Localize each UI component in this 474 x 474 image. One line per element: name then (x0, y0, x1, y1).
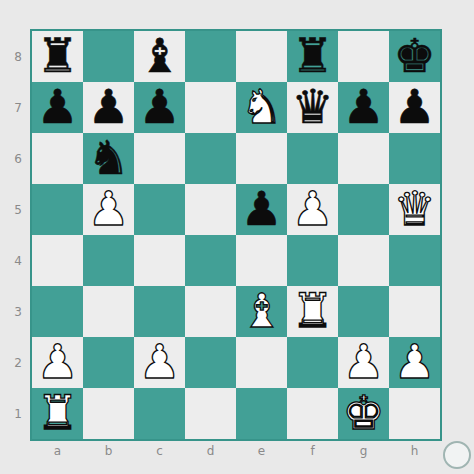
square-c4[interactable] (134, 235, 185, 286)
square-h2[interactable]: ♟ (389, 337, 440, 388)
square-f7[interactable]: ♛ (287, 82, 338, 133)
piece-white-bishop[interactable]: ♝ (240, 286, 282, 336)
piece-black-pawn[interactable]: ♟ (240, 184, 282, 234)
chess-board: ♜♝♜♚♟♟♟♞♛♟♟♞♟♟♟♛♝♜♟♟♟♟♜♚ (30, 29, 442, 441)
square-f3[interactable]: ♜ (287, 286, 338, 337)
piece-black-rook[interactable]: ♜ (291, 31, 333, 81)
rank-labels: 87654321 (7, 31, 29, 439)
square-g1[interactable]: ♚ (338, 388, 389, 439)
square-b6[interactable]: ♞ (83, 133, 134, 184)
rank-label-3: 3 (7, 286, 29, 337)
piece-black-rook[interactable]: ♜ (36, 31, 78, 81)
square-h8[interactable]: ♚ (389, 31, 440, 82)
piece-white-pawn[interactable]: ♟ (138, 337, 180, 387)
square-b4[interactable] (83, 235, 134, 286)
square-h5[interactable]: ♛ (389, 184, 440, 235)
square-e2[interactable] (236, 337, 287, 388)
piece-white-pawn[interactable]: ♟ (36, 337, 78, 387)
piece-white-rook[interactable]: ♜ (291, 286, 333, 336)
square-d4[interactable] (185, 235, 236, 286)
square-g5[interactable] (338, 184, 389, 235)
square-c2[interactable]: ♟ (134, 337, 185, 388)
square-g2[interactable]: ♟ (338, 337, 389, 388)
square-h6[interactable] (389, 133, 440, 184)
square-a4[interactable] (32, 235, 83, 286)
square-h4[interactable] (389, 235, 440, 286)
piece-white-pawn[interactable]: ♟ (291, 184, 333, 234)
square-e3[interactable]: ♝ (236, 286, 287, 337)
square-f4[interactable] (287, 235, 338, 286)
square-f6[interactable] (287, 133, 338, 184)
square-c5[interactable] (134, 184, 185, 235)
file-label-b: b (83, 442, 134, 460)
square-f8[interactable]: ♜ (287, 31, 338, 82)
square-f1[interactable] (287, 388, 338, 439)
square-a1[interactable]: ♜ (32, 388, 83, 439)
square-c7[interactable]: ♟ (134, 82, 185, 133)
piece-white-queen[interactable]: ♛ (393, 184, 435, 234)
file-label-e: e (236, 442, 287, 460)
square-a2[interactable]: ♟ (32, 337, 83, 388)
square-e1[interactable] (236, 388, 287, 439)
rank-label-6: 6 (7, 133, 29, 184)
rank-label-8: 8 (7, 31, 29, 82)
square-d1[interactable] (185, 388, 236, 439)
square-b5[interactable]: ♟ (83, 184, 134, 235)
file-label-a: a (32, 442, 83, 460)
piece-black-queen[interactable]: ♛ (291, 82, 333, 132)
piece-white-knight[interactable]: ♞ (240, 82, 282, 132)
square-b2[interactable] (83, 337, 134, 388)
square-d8[interactable] (185, 31, 236, 82)
piece-black-pawn[interactable]: ♟ (393, 82, 435, 132)
square-a8[interactable]: ♜ (32, 31, 83, 82)
piece-black-knight[interactable]: ♞ (87, 133, 129, 183)
square-g3[interactable] (338, 286, 389, 337)
square-e7[interactable]: ♞ (236, 82, 287, 133)
square-g4[interactable] (338, 235, 389, 286)
square-f2[interactable] (287, 337, 338, 388)
piece-white-king[interactable]: ♚ (342, 388, 384, 438)
rank-label-1: 1 (7, 388, 29, 439)
file-label-h: h (389, 442, 440, 460)
square-b1[interactable] (83, 388, 134, 439)
piece-black-pawn[interactable]: ♟ (342, 82, 384, 132)
square-d5[interactable] (185, 184, 236, 235)
square-e6[interactable] (236, 133, 287, 184)
file-label-c: c (134, 442, 185, 460)
piece-black-pawn[interactable]: ♟ (138, 82, 180, 132)
square-d6[interactable] (185, 133, 236, 184)
rank-label-7: 7 (7, 82, 29, 133)
square-b7[interactable]: ♟ (83, 82, 134, 133)
file-labels: abcdefgh (32, 442, 440, 460)
square-h7[interactable]: ♟ (389, 82, 440, 133)
square-g8[interactable] (338, 31, 389, 82)
square-c3[interactable] (134, 286, 185, 337)
square-b3[interactable] (83, 286, 134, 337)
piece-black-bishop[interactable]: ♝ (138, 31, 180, 81)
square-e5[interactable]: ♟ (236, 184, 287, 235)
square-d3[interactable] (185, 286, 236, 337)
square-g7[interactable]: ♟ (338, 82, 389, 133)
square-g6[interactable] (338, 133, 389, 184)
chess-diagram: 87654321 ♜♝♜♚♟♟♟♞♛♟♟♞♟♟♟♛♝♜♟♟♟♟♜♚ abcdef… (0, 0, 474, 474)
rank-label-5: 5 (7, 184, 29, 235)
square-a5[interactable] (32, 184, 83, 235)
square-d7[interactable] (185, 82, 236, 133)
piece-white-pawn[interactable]: ♟ (342, 337, 384, 387)
square-c1[interactable] (134, 388, 185, 439)
square-a6[interactable] (32, 133, 83, 184)
piece-white-pawn[interactable]: ♟ (87, 184, 129, 234)
piece-white-pawn[interactable]: ♟ (393, 337, 435, 387)
square-h1[interactable] (389, 388, 440, 439)
square-c6[interactable] (134, 133, 185, 184)
rank-label-4: 4 (7, 235, 29, 286)
file-label-g: g (338, 442, 389, 460)
square-a3[interactable] (32, 286, 83, 337)
square-c8[interactable]: ♝ (134, 31, 185, 82)
square-b8[interactable] (83, 31, 134, 82)
file-label-d: d (185, 442, 236, 460)
piece-white-rook[interactable]: ♜ (36, 388, 78, 438)
piece-black-pawn[interactable]: ♟ (36, 82, 78, 132)
piece-black-pawn[interactable]: ♟ (87, 82, 129, 132)
side-to-move-indicator (443, 441, 471, 469)
square-a7[interactable]: ♟ (32, 82, 83, 133)
file-label-f: f (287, 442, 338, 460)
square-f5[interactable]: ♟ (287, 184, 338, 235)
square-e8[interactable] (236, 31, 287, 82)
square-h3[interactable] (389, 286, 440, 337)
piece-black-king[interactable]: ♚ (393, 31, 435, 81)
rank-label-2: 2 (7, 337, 29, 388)
square-d2[interactable] (185, 337, 236, 388)
square-e4[interactable] (236, 235, 287, 286)
